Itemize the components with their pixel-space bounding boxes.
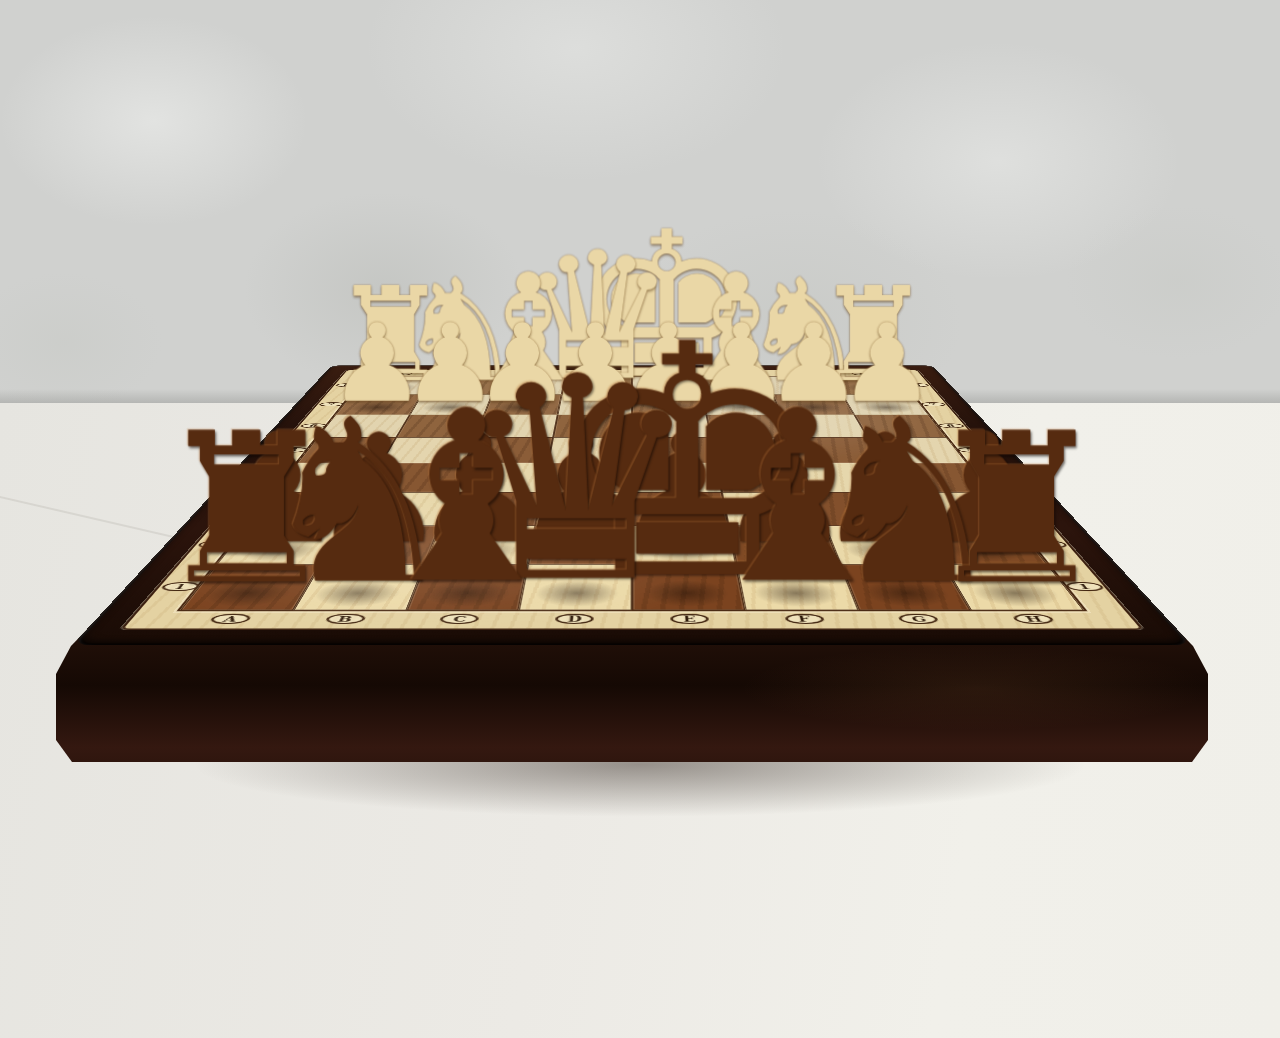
file-label-near-a: A xyxy=(167,611,293,627)
square-c1[interactable]: ♝ xyxy=(406,564,528,610)
file-label-near-f-cartouche: F xyxy=(783,613,824,623)
file-label-near-b-cartouche: B xyxy=(323,613,366,623)
board-margin: ♜♞♝♛♚♝♞♜♟♟♟♟♟♟♟♟♟♟♟♟♟♟♟♟♜♞♝♛♚♝♞♜ AABBCCD… xyxy=(124,370,1141,628)
file-label-near-b: B xyxy=(283,611,406,627)
piece-dark-bishop-f1[interactable]: ♝ xyxy=(691,401,903,595)
file-label-near-g: G xyxy=(858,611,981,627)
photo-scene: ♜♞♝♛♚♝♞♜♟♟♟♟♟♟♟♟♟♟♟♟♟♟♟♟♜♞♝♛♚♝♞♜ AABBCCD… xyxy=(0,0,1280,1038)
piece-dark-rook-a1[interactable]: ♜ xyxy=(154,425,340,595)
file-label-near-h: H xyxy=(971,611,1097,627)
file-label-near-g-cartouche: G xyxy=(897,613,940,623)
piece-dark-bishop-c1[interactable]: ♝ xyxy=(361,401,573,595)
file-label-near-d: D xyxy=(516,611,632,627)
chess-board: ♜♞♝♛♚♝♞♜♟♟♟♟♟♟♟♟♟♟♟♟♟♟♟♟♜♞♝♛♚♝♞♜ AABBCCD… xyxy=(72,365,1192,645)
file-label-near-c: C xyxy=(399,611,518,627)
piece-dark-rook-h1[interactable]: ♜ xyxy=(924,425,1110,595)
file-label-near-h-cartouche: H xyxy=(1011,613,1057,623)
file-label-near-f: F xyxy=(745,611,864,627)
file-label-near-c-cartouche: C xyxy=(439,613,480,623)
board-grid: ♜♞♝♛♚♝♞♜♟♟♟♟♟♟♟♟♟♟♟♟♟♟♟♟♜♞♝♛♚♝♞♜ xyxy=(180,376,1084,610)
square-f1[interactable]: ♝ xyxy=(736,564,858,610)
file-label-near-e: E xyxy=(632,611,748,627)
file-label-near-d-cartouche: D xyxy=(555,613,594,623)
file-label-near-a-cartouche: A xyxy=(208,613,254,623)
file-label-near-e-cartouche: E xyxy=(670,613,709,623)
